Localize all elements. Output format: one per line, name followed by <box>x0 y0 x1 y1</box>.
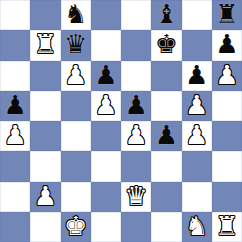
square-g2[interactable] <box>182 182 212 212</box>
piece-white-pawn[interactable]: ♟ <box>3 120 26 150</box>
square-f8[interactable]: ♝ <box>151 0 181 30</box>
square-e2[interactable]: ♛ <box>121 182 151 212</box>
square-d3[interactable] <box>91 151 121 181</box>
square-e4[interactable]: ♟ <box>121 121 151 151</box>
square-b8[interactable] <box>30 0 60 30</box>
square-b2[interactable]: ♟ <box>30 182 60 212</box>
square-c3[interactable] <box>61 151 91 181</box>
square-a1[interactable] <box>0 212 30 242</box>
square-g4[interactable]: ♟ <box>182 121 212 151</box>
piece-black-queen[interactable]: ♛ <box>64 29 87 59</box>
piece-black-pawn[interactable]: ♟ <box>185 60 208 90</box>
piece-white-pawn[interactable]: ♟ <box>124 120 147 150</box>
piece-black-pawn[interactable]: ♟ <box>215 29 238 59</box>
square-c7[interactable]: ♛ <box>61 30 91 60</box>
square-e8[interactable] <box>121 0 151 30</box>
square-f4[interactable]: ♟ <box>151 121 181 151</box>
square-g5[interactable]: ♟ <box>182 91 212 121</box>
piece-white-rook[interactable]: ♜ <box>215 211 238 241</box>
square-c2[interactable] <box>61 182 91 212</box>
square-b6[interactable] <box>30 61 60 91</box>
square-h5[interactable] <box>212 91 242 121</box>
square-b1[interactable] <box>30 212 60 242</box>
square-c8[interactable]: ♞ <box>61 0 91 30</box>
piece-white-pawn[interactable]: ♟ <box>64 60 87 90</box>
square-a4[interactable]: ♟ <box>0 121 30 151</box>
square-c4[interactable] <box>61 121 91 151</box>
square-c1[interactable]: ♚ <box>61 212 91 242</box>
square-e6[interactable] <box>121 61 151 91</box>
square-g6[interactable]: ♟ <box>182 61 212 91</box>
square-a7[interactable] <box>0 30 30 60</box>
square-g1[interactable]: ♞ <box>182 212 212 242</box>
square-e1[interactable] <box>121 212 151 242</box>
square-g8[interactable] <box>182 0 212 30</box>
piece-black-bishop[interactable]: ♝ <box>155 0 178 29</box>
square-a6[interactable] <box>0 61 30 91</box>
piece-black-pawn[interactable]: ♟ <box>3 90 26 120</box>
square-h7[interactable]: ♟ <box>212 30 242 60</box>
piece-white-pawn[interactable]: ♟ <box>94 90 117 120</box>
square-e5[interactable]: ♟ <box>121 91 151 121</box>
piece-white-rook[interactable]: ♜ <box>34 29 57 59</box>
square-d7[interactable] <box>91 30 121 60</box>
square-f6[interactable] <box>151 61 181 91</box>
piece-black-knight[interactable]: ♞ <box>64 0 87 29</box>
square-d8[interactable] <box>91 0 121 30</box>
square-b5[interactable] <box>30 91 60 121</box>
square-b4[interactable] <box>30 121 60 151</box>
piece-white-queen[interactable]: ♛ <box>124 181 147 211</box>
piece-black-king[interactable]: ♚ <box>155 29 178 59</box>
square-f5[interactable] <box>151 91 181 121</box>
square-c6[interactable]: ♟ <box>61 61 91 91</box>
square-g3[interactable] <box>182 151 212 181</box>
piece-white-pawn[interactable]: ♟ <box>185 90 208 120</box>
square-d6[interactable]: ♟ <box>91 61 121 91</box>
piece-white-pawn[interactable]: ♟ <box>34 181 57 211</box>
piece-black-pawn[interactable]: ♟ <box>155 120 178 150</box>
piece-black-pawn[interactable]: ♟ <box>94 60 117 90</box>
square-b3[interactable] <box>30 151 60 181</box>
square-f7[interactable]: ♚ <box>151 30 181 60</box>
piece-white-pawn[interactable]: ♟ <box>185 120 208 150</box>
square-h3[interactable] <box>212 151 242 181</box>
square-h8[interactable]: ♜ <box>212 0 242 30</box>
square-d5[interactable]: ♟ <box>91 91 121 121</box>
square-d1[interactable] <box>91 212 121 242</box>
square-a2[interactable] <box>0 182 30 212</box>
piece-black-pawn[interactable]: ♟ <box>124 90 147 120</box>
square-d2[interactable] <box>91 182 121 212</box>
square-a3[interactable] <box>0 151 30 181</box>
square-h2[interactable] <box>212 182 242 212</box>
square-f1[interactable] <box>151 212 181 242</box>
square-e7[interactable] <box>121 30 151 60</box>
square-d4[interactable] <box>91 121 121 151</box>
square-h6[interactable]: ♟ <box>212 61 242 91</box>
piece-black-rook[interactable]: ♜ <box>215 0 238 29</box>
square-b7[interactable]: ♜ <box>30 30 60 60</box>
square-f2[interactable] <box>151 182 181 212</box>
square-c5[interactable] <box>61 91 91 121</box>
square-f3[interactable] <box>151 151 181 181</box>
piece-white-king[interactable]: ♚ <box>64 211 87 241</box>
square-a8[interactable] <box>0 0 30 30</box>
square-g7[interactable] <box>182 30 212 60</box>
square-e3[interactable] <box>121 151 151 181</box>
chess-board: ♞♝♜♜♛♚♟♟♟♟♟♟♟♟♟♟♟♟♟♟♛♚♞♜ <box>0 0 242 242</box>
piece-white-knight[interactable]: ♞ <box>185 211 208 241</box>
piece-white-pawn[interactable]: ♟ <box>215 60 238 90</box>
square-h1[interactable]: ♜ <box>212 212 242 242</box>
square-a5[interactable]: ♟ <box>0 91 30 121</box>
square-h4[interactable] <box>212 121 242 151</box>
